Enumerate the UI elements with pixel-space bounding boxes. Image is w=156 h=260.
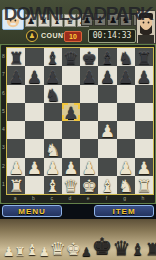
- banner-white-pawn: ♟: [3, 245, 15, 258]
- square-h6[interactable]: [135, 85, 153, 103]
- einstein-avatar-art: [3, 10, 23, 29]
- file-label-h: h: [134, 194, 152, 202]
- status-row: ♟ COUNT 10 00:14:33: [0, 28, 134, 44]
- square-g1[interactable]: ♞: [117, 176, 135, 194]
- piece-white-rook: ♜: [7, 178, 25, 195]
- chess-app-screen: ♟♜♝♛♟ ♟♝♟♞♟♟ ♟ COUNT 10 00:14:33 DOWNLOA…: [0, 0, 156, 260]
- piece-black-pawn: ♟: [80, 69, 98, 86]
- banner-black-pawn: ♟: [81, 246, 92, 258]
- square-f3[interactable]: [98, 139, 116, 157]
- banner-black-bishop: ♝: [130, 242, 144, 258]
- square-a3[interactable]: [7, 139, 25, 157]
- square-d1[interactable]: ♛: [62, 176, 80, 194]
- item-button[interactable]: ITEM: [94, 205, 154, 217]
- chess-board: 87654321 ♜♝♛♚♝♞♜♟♟♟♟♟♟♟♞♟♟♞♟♟♟♟♟♟♟♜♝♛♚♝♞…: [1, 45, 155, 203]
- piece-white-rook: ♜: [135, 178, 153, 195]
- square-e1[interactable]: ♚: [80, 176, 98, 194]
- square-d8[interactable]: ♛: [62, 48, 80, 66]
- banner-white-rook: ♜: [15, 246, 26, 258]
- piece-black-rook: ♜: [7, 50, 25, 67]
- square-e2[interactable]: ♟: [80, 158, 98, 176]
- piece-white-king: ♚: [80, 178, 98, 195]
- square-h5[interactable]: [135, 103, 153, 121]
- piece-white-queen: ♛: [62, 178, 80, 195]
- piece-white-knight: ♞: [117, 178, 135, 195]
- piece-white-bishop: ♝: [44, 178, 62, 195]
- square-g5[interactable]: [117, 103, 135, 121]
- white-captured-tray: ♟♜♝♛♟: [25, 14, 89, 27]
- file-label-e: e: [79, 194, 97, 202]
- square-b1[interactable]: [25, 176, 43, 194]
- square-d2[interactable]: ♟: [62, 158, 80, 176]
- banner-black-rook: ♜: [145, 241, 156, 258]
- piece-black-queen: ♛: [62, 50, 80, 67]
- square-c4[interactable]: [44, 121, 62, 139]
- piece-black-pawn: ♟: [98, 69, 116, 86]
- square-f4[interactable]: ♟: [98, 121, 116, 139]
- square-g7[interactable]: ♟: [117, 66, 135, 84]
- file-labels: abcdefgh: [6, 194, 152, 202]
- board-grid: ♜♝♛♚♝♞♜♟♟♟♟♟♟♟♞♟♟♞♟♟♟♟♟♟♟♜♝♛♚♝♞♜: [6, 47, 154, 195]
- menu-button[interactable]: MENU: [2, 205, 62, 217]
- square-c6[interactable]: ♞: [44, 85, 62, 103]
- banner-white-pawn: ♟: [39, 246, 50, 258]
- white-tray-queen-icon: ♛: [64, 14, 76, 27]
- count-value-badge: 10: [64, 31, 82, 42]
- square-f5[interactable]: [98, 103, 116, 121]
- square-d3[interactable]: [62, 139, 80, 157]
- piece-black-pawn: ♟: [7, 69, 25, 86]
- square-g6[interactable]: [117, 85, 135, 103]
- square-c2[interactable]: ♟: [44, 158, 62, 176]
- square-h2[interactable]: ♟: [135, 158, 153, 176]
- piece-white-pawn: ♟: [44, 160, 62, 177]
- chess-pieces-banner[interactable]: ♟♜♝♟♛♚♟♚♛♝♜♞: [0, 219, 156, 260]
- banner-white-bishop: ♝: [25, 243, 38, 258]
- square-e6[interactable]: [80, 85, 98, 103]
- piece-white-pawn: ♟: [80, 160, 98, 177]
- piece-black-rook: ♜: [135, 50, 153, 67]
- file-label-f: f: [97, 194, 115, 202]
- game-timer: 00:14:33: [88, 29, 136, 43]
- square-d5[interactable]: ♟: [62, 103, 80, 121]
- square-e7[interactable]: ♟: [80, 66, 98, 84]
- board-zone: 87654321 ♜♝♛♚♝♞♜♟♟♟♟♟♟♟♞♟♟♞♟♟♟♟♟♟♟♜♝♛♚♝♞…: [0, 44, 156, 204]
- white-tray-pawn-icon: ♟: [25, 14, 37, 27]
- square-a7[interactable]: ♟: [7, 66, 25, 84]
- square-a5[interactable]: [7, 103, 25, 121]
- square-c1[interactable]: ♝: [44, 176, 62, 194]
- black-tray-knight-icon: ♞: [120, 13, 132, 26]
- square-b6[interactable]: [25, 85, 43, 103]
- lincoln-avatar-art: [137, 11, 155, 43]
- header-bar: ♟♜♝♛♟ ♟♝♟♞♟♟ ♟ COUNT 10 00:14:33: [0, 0, 156, 44]
- square-a2[interactable]: ♟: [7, 158, 25, 176]
- white-tray-bishop-icon: ♝: [51, 14, 63, 27]
- file-label-g: g: [116, 194, 134, 202]
- square-c3[interactable]: ♞: [44, 139, 62, 157]
- square-a1[interactable]: ♜: [7, 176, 25, 194]
- square-g8[interactable]: ♞: [117, 48, 135, 66]
- square-b8[interactable]: [25, 48, 43, 66]
- piece-black-king: ♚: [80, 50, 98, 67]
- square-e8[interactable]: ♚: [80, 48, 98, 66]
- piece-black-pawn: ♟: [135, 69, 153, 86]
- square-a8[interactable]: ♜: [7, 48, 25, 66]
- white-tray-rook-icon: ♜: [38, 14, 50, 27]
- white-player-avatar: [2, 9, 24, 30]
- square-h4[interactable]: [135, 121, 153, 139]
- piece-black-pawn: ♟: [44, 69, 62, 86]
- banner-black-king: ♚: [92, 235, 113, 258]
- square-e4[interactable]: [80, 121, 98, 139]
- square-c7[interactable]: ♟: [44, 66, 62, 84]
- square-c5[interactable]: [44, 103, 62, 121]
- file-label-c: c: [43, 194, 61, 202]
- piece-white-pawn: ♟: [25, 160, 43, 177]
- square-b3[interactable]: [25, 139, 43, 157]
- banner-black-queen: ♛: [112, 238, 130, 258]
- piece-white-pawn: ♟: [117, 160, 135, 177]
- square-b7[interactable]: ♟: [25, 66, 43, 84]
- black-player-avatar: [136, 10, 156, 44]
- piece-black-bishop: ♝: [44, 50, 62, 67]
- square-f2[interactable]: [98, 158, 116, 176]
- square-d4[interactable]: [62, 121, 80, 139]
- square-b4[interactable]: [25, 121, 43, 139]
- square-h8[interactable]: ♜: [135, 48, 153, 66]
- square-a4[interactable]: [7, 121, 25, 139]
- piece-black-knight: ♞: [117, 50, 135, 67]
- count-coin-icon: ♟: [26, 30, 38, 42]
- piece-white-pawn: ♟: [98, 123, 116, 140]
- piece-black-knight: ♞: [44, 87, 62, 104]
- piece-black-pawn: ♟: [62, 105, 80, 122]
- file-label-a: a: [6, 194, 24, 202]
- black-tray-pawn-icon: ♟: [107, 13, 119, 26]
- banner-white-queen: ♛: [50, 240, 66, 258]
- square-h3[interactable]: [135, 139, 153, 157]
- square-b2[interactable]: ♟: [25, 158, 43, 176]
- square-d6[interactable]: [62, 85, 80, 103]
- black-tray-bishop-icon: ♝: [94, 13, 106, 26]
- square-c8[interactable]: ♝: [44, 48, 62, 66]
- file-label-d: d: [61, 194, 79, 202]
- square-e5[interactable]: [80, 103, 98, 121]
- piece-black-pawn: ♟: [117, 69, 135, 86]
- square-g3[interactable]: [117, 139, 135, 157]
- square-h7[interactable]: ♟: [135, 66, 153, 84]
- black-tray-pawn-icon: ♟: [81, 13, 93, 26]
- piece-white-pawn: ♟: [135, 160, 153, 177]
- square-f8[interactable]: ♝: [98, 48, 116, 66]
- banner-white-king: ♚: [66, 241, 81, 258]
- square-f7[interactable]: ♟: [98, 66, 116, 84]
- file-label-b: b: [24, 194, 42, 202]
- square-d7[interactable]: [62, 66, 80, 84]
- piece-black-bishop: ♝: [98, 50, 116, 67]
- bottom-button-bar: MENU ITEM: [0, 204, 156, 219]
- square-e3[interactable]: [80, 139, 98, 157]
- piece-white-pawn: ♟: [7, 160, 25, 177]
- square-g4[interactable]: [117, 121, 135, 139]
- piece-white-knight: ♞: [44, 142, 62, 159]
- square-f6[interactable]: [98, 85, 116, 103]
- piece-white-bishop: ♝: [98, 178, 116, 195]
- piece-black-pawn: ♟: [25, 69, 43, 86]
- square-f1[interactable]: ♝: [98, 176, 116, 194]
- square-h1[interactable]: ♜: [135, 176, 153, 194]
- square-a6[interactable]: [7, 85, 25, 103]
- square-g2[interactable]: ♟: [117, 158, 135, 176]
- piece-white-pawn: ♟: [62, 160, 80, 177]
- square-b5[interactable]: [25, 103, 43, 121]
